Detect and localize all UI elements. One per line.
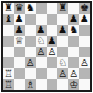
- square-f8[interactable]: ♜: [57, 3, 68, 14]
- square-c7[interactable]: [25, 14, 36, 25]
- square-a2[interactable]: ♖: [3, 68, 14, 79]
- square-a7[interactable]: ♝: [3, 14, 14, 25]
- piece-white-king: ♔: [69, 80, 78, 90]
- square-a1[interactable]: ♖: [3, 79, 14, 90]
- square-c2[interactable]: [25, 68, 36, 79]
- square-d7[interactable]: [36, 14, 47, 25]
- square-c8[interactable]: ♞: [25, 3, 36, 14]
- square-e4[interactable]: ♙: [47, 47, 58, 58]
- chess-board: ♜♛♞♜♚♝♟♟♟♟♟♟♞♕♘♟♙♙♙♘♙♖♙♙♖♗♔: [1, 1, 92, 92]
- piece-white-pawn: ♙: [26, 58, 35, 68]
- square-d2[interactable]: [36, 68, 47, 79]
- square-h6[interactable]: [79, 25, 90, 36]
- square-c6[interactable]: [25, 25, 36, 36]
- piece-white-knight: ♘: [58, 58, 67, 68]
- square-f6[interactable]: ♟: [57, 25, 68, 36]
- piece-black-pawn: ♟: [15, 14, 24, 24]
- square-h3[interactable]: ♙: [79, 57, 90, 68]
- piece-black-pawn: ♟: [37, 25, 46, 35]
- piece-white-rook: ♖: [4, 80, 13, 90]
- square-b6[interactable]: ♟: [14, 25, 25, 36]
- square-g4[interactable]: [68, 47, 79, 58]
- square-h2[interactable]: [79, 68, 90, 79]
- square-f2[interactable]: ♙: [57, 68, 68, 79]
- square-c4[interactable]: [25, 47, 36, 58]
- square-g5[interactable]: [68, 36, 79, 47]
- square-c5[interactable]: [25, 36, 36, 47]
- square-a6[interactable]: [3, 25, 14, 36]
- piece-white-bishop: ♗: [26, 80, 35, 90]
- square-g6[interactable]: ♞: [68, 25, 79, 36]
- square-g7[interactable]: ♟: [68, 14, 79, 25]
- square-a4[interactable]: [3, 47, 14, 58]
- square-b3[interactable]: [14, 57, 25, 68]
- square-b8[interactable]: ♛: [14, 3, 25, 14]
- square-g1[interactable]: ♔: [68, 79, 79, 90]
- piece-black-pawn: ♟: [80, 14, 89, 24]
- square-a5[interactable]: [3, 36, 14, 47]
- square-g3[interactable]: [68, 57, 79, 68]
- square-f5[interactable]: [57, 36, 68, 47]
- piece-white-queen: ♕: [15, 36, 24, 46]
- square-f4[interactable]: [57, 47, 68, 58]
- piece-black-rook: ♜: [4, 3, 13, 13]
- square-f3[interactable]: ♘: [57, 57, 68, 68]
- piece-white-pawn: ♙: [37, 47, 46, 57]
- piece-black-knight: ♞: [26, 3, 35, 13]
- square-e3[interactable]: [47, 57, 58, 68]
- square-e5[interactable]: ♟: [47, 36, 58, 47]
- square-g8[interactable]: [68, 3, 79, 14]
- square-e7[interactable]: [47, 14, 58, 25]
- piece-black-pawn: ♟: [58, 25, 67, 35]
- square-d6[interactable]: ♟: [36, 25, 47, 36]
- piece-white-pawn: ♙: [47, 47, 56, 57]
- square-d5[interactable]: ♘: [36, 36, 47, 47]
- piece-black-knight: ♞: [69, 25, 78, 35]
- square-d4[interactable]: ♙: [36, 47, 47, 58]
- square-h4[interactable]: [79, 47, 90, 58]
- piece-black-rook: ♜: [58, 3, 67, 13]
- piece-white-pawn: ♙: [58, 69, 67, 79]
- square-a3[interactable]: [3, 57, 14, 68]
- chess-diagram: ♜♛♞♜♚♝♟♟♟♟♟♟♞♕♘♟♙♙♙♘♙♖♙♙♖♗♔: [0, 0, 93, 93]
- square-c1[interactable]: ♗: [25, 79, 36, 90]
- square-b7[interactable]: ♟: [14, 14, 25, 25]
- square-g2[interactable]: ♙: [68, 68, 79, 79]
- piece-black-pawn: ♟: [15, 25, 24, 35]
- piece-white-pawn: ♙: [69, 69, 78, 79]
- piece-black-bishop: ♝: [4, 14, 13, 24]
- square-h8[interactable]: ♚: [79, 3, 90, 14]
- piece-white-pawn: ♙: [80, 58, 89, 68]
- square-b1[interactable]: [14, 79, 25, 90]
- square-h1[interactable]: [79, 79, 90, 90]
- square-e6[interactable]: [47, 25, 58, 36]
- piece-black-king: ♚: [80, 3, 89, 13]
- piece-white-knight: ♘: [37, 36, 46, 46]
- square-d8[interactable]: [36, 3, 47, 14]
- square-f7[interactable]: [57, 14, 68, 25]
- piece-white-rook: ♖: [4, 69, 13, 79]
- square-b2[interactable]: [14, 68, 25, 79]
- piece-black-pawn: ♟: [47, 36, 56, 46]
- square-e2[interactable]: [47, 68, 58, 79]
- square-f1[interactable]: [57, 79, 68, 90]
- square-b5[interactable]: ♕: [14, 36, 25, 47]
- square-e1[interactable]: [47, 79, 58, 90]
- square-c3[interactable]: ♙: [25, 57, 36, 68]
- square-d3[interactable]: [36, 57, 47, 68]
- piece-black-queen: ♛: [15, 3, 24, 13]
- square-e8[interactable]: [47, 3, 58, 14]
- square-a8[interactable]: ♜: [3, 3, 14, 14]
- square-h5[interactable]: [79, 36, 90, 47]
- square-b4[interactable]: [14, 47, 25, 58]
- square-h7[interactable]: ♟: [79, 14, 90, 25]
- piece-black-pawn: ♟: [69, 14, 78, 24]
- square-d1[interactable]: [36, 79, 47, 90]
